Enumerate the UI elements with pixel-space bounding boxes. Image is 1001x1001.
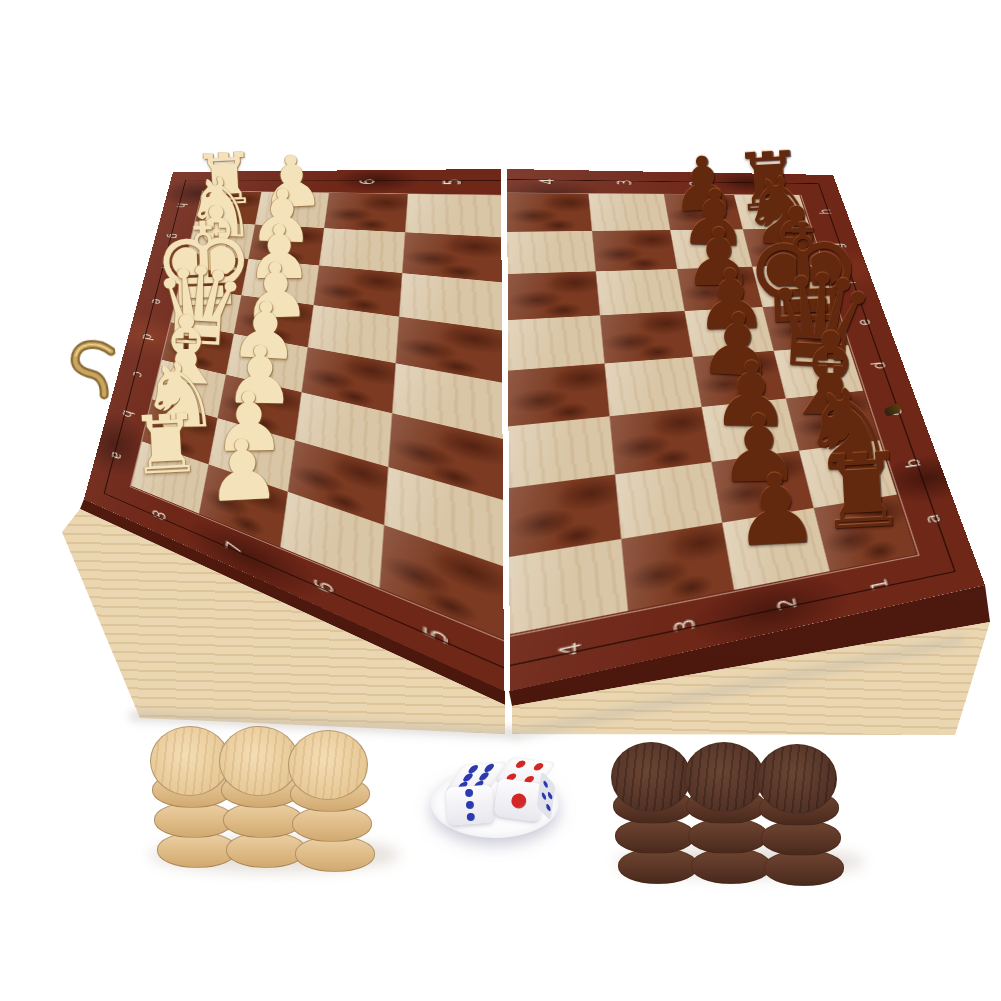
- die-pip: [547, 790, 552, 800]
- die-pip: [466, 801, 475, 810]
- die-pip: [543, 780, 548, 790]
- die-pip: [478, 772, 491, 781]
- die-pip: [532, 763, 545, 771]
- die-pip: [545, 802, 550, 812]
- die-pip: [461, 773, 474, 782]
- chess-set-photo: 88776655hgfedcba 44332211hgfedcba ♜♞♝♛♚♝…: [0, 0, 1001, 1001]
- die-pip: [483, 763, 496, 772]
- die-pip: [514, 760, 527, 768]
- die-front-face-3: [446, 784, 495, 825]
- die-pip: [542, 792, 547, 802]
- die-pip: [510, 792, 527, 809]
- dice-layer: [0, 0, 1001, 1001]
- die-pip: [467, 764, 480, 773]
- die-pip: [467, 813, 476, 822]
- die-pip: [465, 789, 474, 798]
